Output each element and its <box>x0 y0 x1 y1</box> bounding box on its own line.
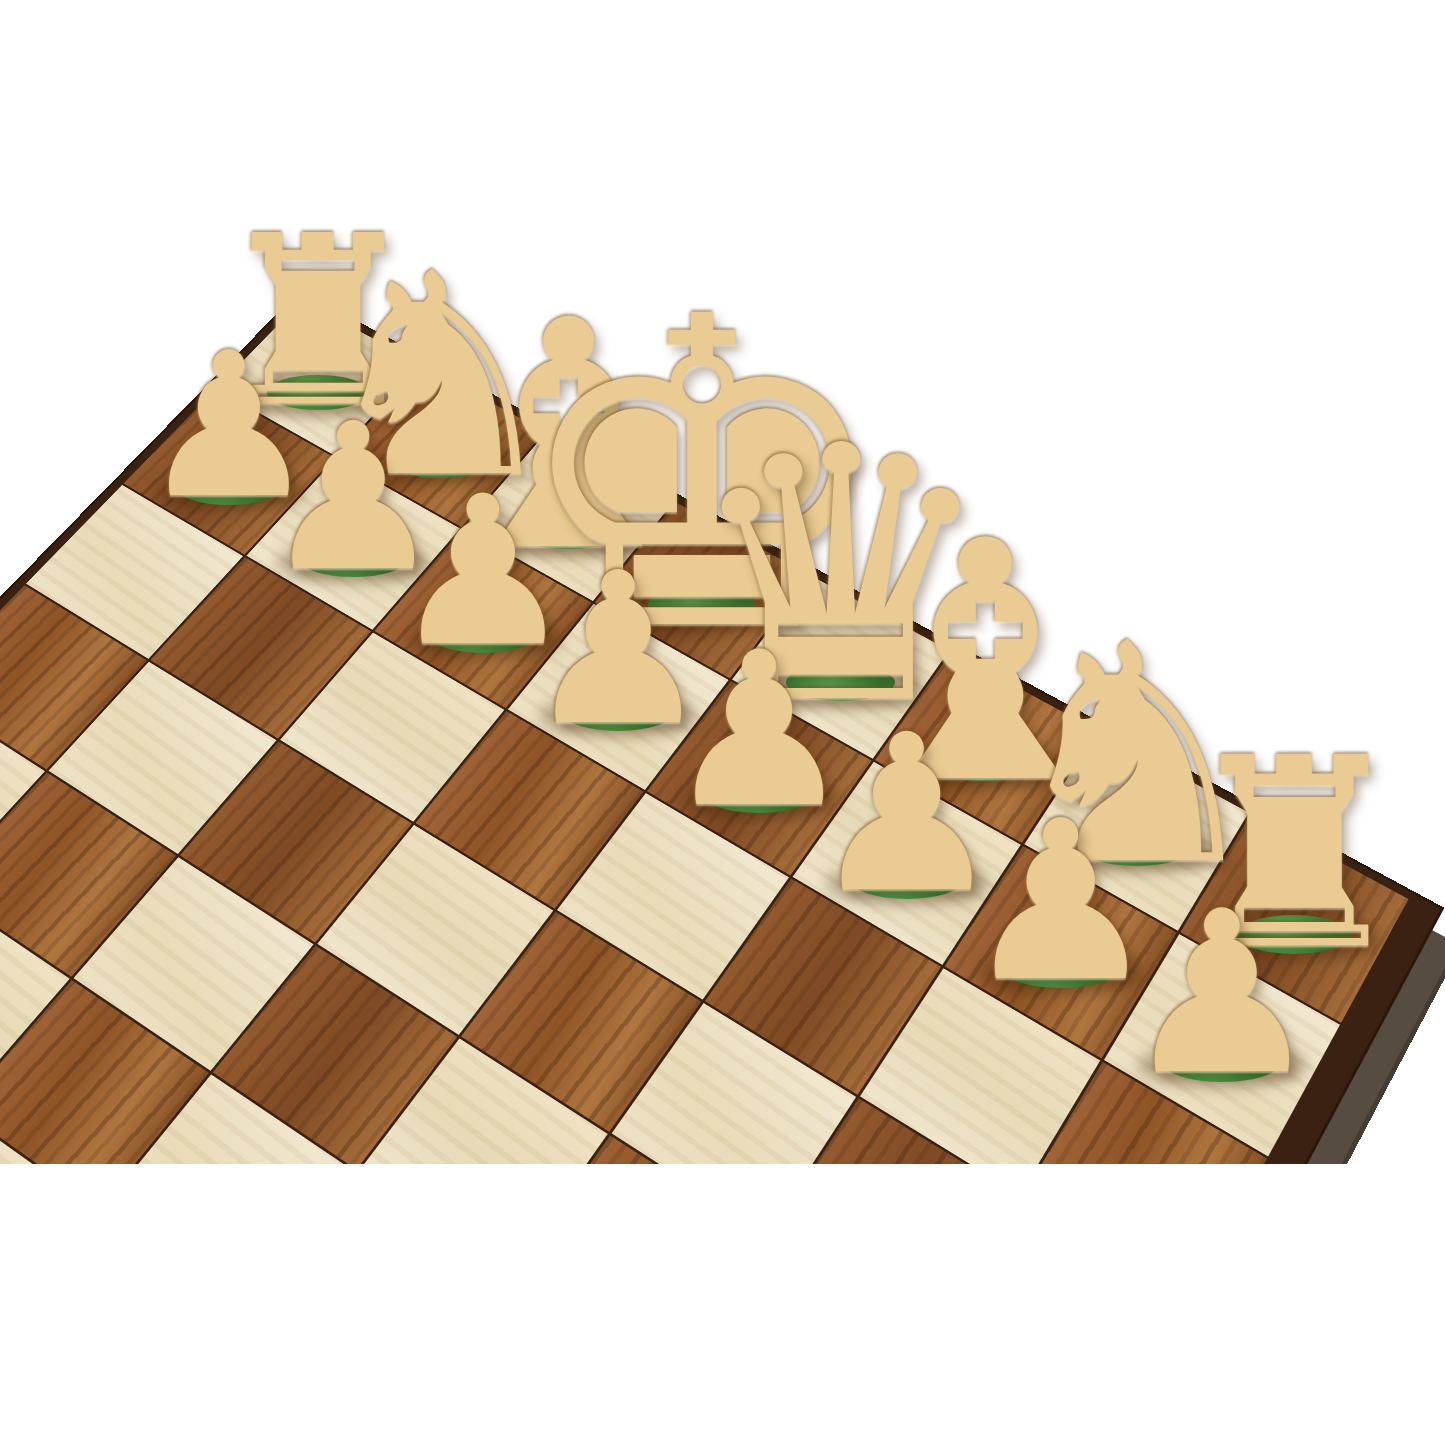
product-photo-chess-set: Wooden chess set photo: boxwood Soviet-e… <box>0 0 1445 1445</box>
chess-board <box>0 290 1444 1164</box>
photo-crop-region <box>0 0 1445 1164</box>
